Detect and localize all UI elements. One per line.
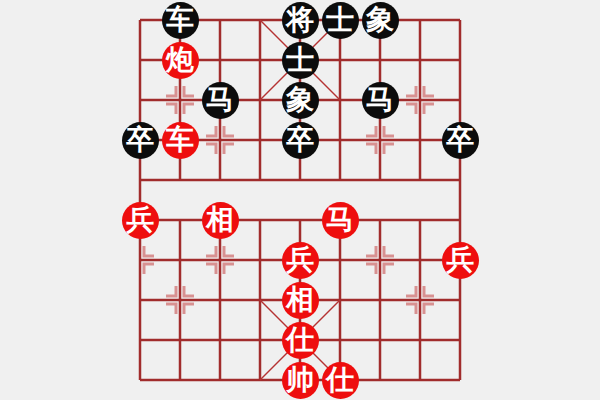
point-marker bbox=[166, 304, 176, 314]
point-marker bbox=[366, 144, 376, 154]
red-advisor[interactable]: 仕 bbox=[282, 322, 319, 359]
red-soldier[interactable]: 兵 bbox=[282, 242, 319, 279]
point-marker bbox=[166, 104, 176, 114]
red-elephant[interactable]: 相 bbox=[202, 202, 239, 239]
black-soldier[interactable]: 卒 bbox=[442, 122, 479, 159]
point-marker bbox=[144, 246, 154, 256]
point-marker bbox=[384, 246, 394, 256]
black-soldier[interactable]: 卒 bbox=[122, 122, 159, 159]
xiangqi-board-screenshot: 车将士象炮士马象马卒车卒卒兵相马兵兵相仕帅仕 bbox=[0, 0, 600, 400]
point-marker bbox=[406, 304, 416, 314]
red-soldier[interactable]: 兵 bbox=[442, 242, 479, 279]
point-marker bbox=[384, 144, 394, 154]
black-elephant[interactable]: 象 bbox=[362, 2, 399, 39]
point-marker bbox=[166, 286, 176, 296]
red-general[interactable]: 帅 bbox=[282, 362, 319, 399]
point-marker bbox=[206, 126, 216, 136]
point-marker bbox=[424, 286, 434, 296]
point-marker bbox=[206, 246, 216, 256]
red-soldier[interactable]: 兵 bbox=[122, 202, 159, 239]
red-advisor[interactable]: 仕 bbox=[322, 362, 359, 399]
point-marker bbox=[366, 126, 376, 136]
black-elephant[interactable]: 象 bbox=[282, 82, 319, 119]
point-marker bbox=[424, 86, 434, 96]
point-marker bbox=[384, 126, 394, 136]
point-marker bbox=[406, 104, 416, 114]
black-general[interactable]: 将 bbox=[282, 2, 319, 39]
point-marker bbox=[206, 264, 216, 274]
red-cannon[interactable]: 炮 bbox=[162, 42, 199, 79]
point-marker bbox=[184, 286, 194, 296]
red-chariot[interactable]: 车 bbox=[162, 122, 199, 159]
red-elephant[interactable]: 相 bbox=[282, 282, 319, 319]
point-marker bbox=[384, 264, 394, 274]
point-marker bbox=[206, 144, 216, 154]
point-marker bbox=[424, 304, 434, 314]
point-marker bbox=[224, 126, 234, 136]
point-marker bbox=[366, 246, 376, 256]
point-marker bbox=[144, 264, 154, 274]
point-marker bbox=[406, 86, 416, 96]
point-marker bbox=[184, 86, 194, 96]
point-marker bbox=[166, 86, 176, 96]
point-marker bbox=[224, 246, 234, 256]
black-chariot[interactable]: 车 bbox=[162, 2, 199, 39]
red-horse[interactable]: 马 bbox=[322, 202, 359, 239]
point-marker bbox=[224, 144, 234, 154]
black-horse[interactable]: 马 bbox=[202, 82, 239, 119]
point-marker bbox=[406, 286, 416, 296]
point-marker bbox=[184, 104, 194, 114]
black-advisor[interactable]: 士 bbox=[322, 2, 359, 39]
black-soldier[interactable]: 卒 bbox=[282, 122, 319, 159]
point-marker bbox=[224, 264, 234, 274]
point-marker bbox=[366, 264, 376, 274]
point-marker bbox=[424, 104, 434, 114]
black-horse[interactable]: 马 bbox=[362, 82, 399, 119]
point-marker bbox=[184, 304, 194, 314]
black-advisor[interactable]: 士 bbox=[282, 42, 319, 79]
